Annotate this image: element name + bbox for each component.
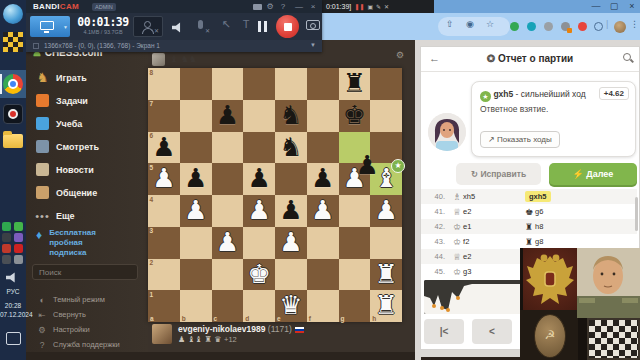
sidebar-item-label: Играть	[56, 73, 87, 83]
tray-icon-3[interactable]	[2, 233, 11, 242]
bandicam-window: BANDICAM ADMIN ⚙ ? — × ▼ 00:01:39 4.1MB …	[26, 0, 322, 52]
browser-menu-icon[interactable]: ⋮	[630, 19, 639, 29]
sidebar-item-3[interactable]: Учеба	[26, 112, 148, 135]
square-h7[interactable]	[370, 100, 402, 132]
white-rook-h2[interactable]: ♜	[370, 259, 402, 291]
footer-item-icon: ⇤	[36, 310, 48, 320]
bottom-player-rating: (1171)	[268, 324, 292, 334]
hammer-sickle-emblem: ☭	[534, 314, 566, 358]
black-knight-e6[interactable]: ♞	[275, 132, 307, 164]
square-c4[interactable]	[212, 195, 244, 227]
recording-timer: 00:01:39	[75, 15, 131, 29]
square-a6[interactable]: 6♟	[148, 132, 180, 164]
white-pawn-c3[interactable]: ♟	[212, 227, 244, 259]
black-move[interactable]: ♜g8	[525, 237, 605, 247]
square-d1[interactable]: d	[243, 290, 275, 322]
square-a4[interactable]: 4	[148, 195, 180, 227]
square-g7[interactable]: ♚	[339, 100, 371, 132]
sidebar-item-label: Новости	[56, 165, 94, 175]
best-move-star-icon: ★	[480, 91, 491, 102]
square-b6[interactable]	[180, 132, 212, 164]
square-g4[interactable]	[339, 195, 371, 227]
tray-icon-2[interactable]	[14, 222, 23, 231]
eval-badge: +4.62	[599, 87, 629, 100]
extension-box-icon[interactable]	[594, 22, 603, 31]
region-dropdown-chevron[interactable]: ▼	[310, 42, 316, 48]
sidebar-footer: ◐Темный режим⇤Свернуть⚙Настройки?Служба …	[26, 292, 148, 352]
square-d8[interactable]	[243, 68, 275, 100]
square-e5[interactable]	[275, 163, 307, 195]
white-queen-e1[interactable]: ♛	[275, 290, 307, 322]
clock-date: 07.12.2024	[0, 311, 26, 318]
sidebar-item-label: Общение	[56, 188, 97, 198]
webcam-chessboard	[587, 318, 640, 360]
soviet-badge: ☭	[520, 310, 578, 360]
free-trial-label: Бесплатнаяпробнаяподписка	[49, 228, 96, 258]
sidebar-item-label: Еще	[56, 211, 75, 221]
tray-icon-1[interactable]	[2, 222, 11, 231]
square-h2[interactable]: ♜	[370, 259, 402, 291]
nav-prev-button[interactable]: <	[472, 319, 512, 344]
move-row-43[interactable]: 43.♔f2♜g8	[421, 234, 637, 249]
square-c3[interactable]: ♟	[212, 227, 244, 259]
speaker-icon[interactable]	[172, 22, 185, 33]
black-move[interactable]: ♚g6	[525, 207, 605, 217]
admin-badge: ADMIN	[92, 3, 116, 11]
sidebar-item-icon: •••	[36, 209, 49, 222]
next-button[interactable]: ⚡ Далее	[549, 163, 637, 185]
white-pawn-a5[interactable]: ♟	[148, 163, 180, 195]
square-f2[interactable]	[307, 259, 339, 291]
square-f7[interactable]	[307, 100, 339, 132]
white-pawn-d4[interactable]: ♟	[243, 195, 275, 227]
tab-close-icon[interactable]: ✕	[384, 4, 389, 10]
square-f8[interactable]	[307, 68, 339, 100]
window-maximize[interactable]: ▢	[606, 0, 622, 13]
bottom-player-avatar[interactable]	[152, 324, 172, 344]
square-c8[interactable]	[212, 68, 244, 100]
screen-recording-mode-button[interactable]: ▼	[30, 16, 70, 37]
square-c1[interactable]: c	[212, 290, 244, 322]
tray-icon-5[interactable]	[2, 244, 11, 253]
white-move[interactable]: ♕e2	[453, 252, 525, 262]
square-f1[interactable]: f	[307, 290, 339, 322]
square-g1[interactable]: g	[339, 290, 371, 322]
sidebar-item-2[interactable]: Задачи	[26, 89, 148, 112]
black-pawn-g6[interactable]: ♟	[351, 150, 383, 182]
bottom-player-name[interactable]: evgeniy-nikolaev1989 (1171)	[178, 324, 304, 334]
square-e7[interactable]: ♞	[275, 100, 307, 132]
move-number: 43.	[421, 237, 453, 246]
settings-gear-icon[interactable]: ⚙	[264, 1, 276, 12]
square-h8[interactable]	[370, 68, 402, 100]
white-king-d2[interactable]: ♚	[243, 259, 275, 291]
top-player-bar: ♝ ♞♞	[152, 52, 197, 66]
folder-icon[interactable]	[253, 4, 262, 10]
black-pawn-c7[interactable]: ♟	[212, 100, 244, 132]
move-list-scrollbar[interactable]	[635, 197, 638, 231]
square-e1[interactable]: e♛	[275, 290, 307, 322]
tray-icon-6[interactable]	[14, 244, 23, 253]
show-moves-button[interactable]: ↗ Показать ходы	[480, 131, 560, 148]
screen: ♟ CHESS.com ♞ИгратьЗадачиУчебаСмотретьНо…	[0, 0, 640, 360]
panel-title: ✪ Отчет о партии	[421, 53, 639, 64]
sidebar-item-icon	[36, 163, 49, 176]
window-close[interactable]: ×	[624, 0, 640, 13]
extension-icon-5[interactable]	[578, 22, 587, 31]
move-number: 44.	[421, 252, 453, 261]
window-minimize[interactable]: —	[588, 0, 604, 13]
file-label: g	[341, 315, 345, 322]
file-label: b	[182, 315, 186, 322]
square-g8[interactable]: ♜	[339, 68, 371, 100]
square-d4[interactable]: ♟	[243, 195, 275, 227]
coat-of-arms-eagle	[523, 248, 577, 310]
stop-record-button[interactable]	[276, 15, 299, 38]
taskbar-folder-icon[interactable]	[3, 134, 23, 148]
square-c6[interactable]	[212, 132, 244, 164]
material-advantage: +12	[224, 335, 237, 344]
report-star-icon: ✪	[487, 53, 495, 64]
black-king-g7[interactable]: ♚	[339, 100, 371, 132]
sidebar-footer-темный-режим[interactable]: ◐Темный режим	[26, 292, 148, 307]
taskbar-orb-icon[interactable]	[3, 4, 23, 24]
region-checkbox[interactable]	[33, 43, 39, 49]
bandicam-close[interactable]: ×	[307, 1, 319, 12]
screenshot-camera-icon[interactable]	[306, 20, 320, 30]
webcam-toggle-button[interactable]: ✕	[133, 16, 163, 37]
sidebar-footer-служба-поддержки[interactable]: ?Служба поддержки	[26, 337, 148, 352]
square-a5[interactable]: 5♟	[148, 163, 180, 195]
webcam-overlay: ☭	[520, 248, 640, 360]
webcam-person	[577, 248, 640, 318]
bandicam-region-row: 1366x768 - (0, 0), (1366, 768) - Экран 1…	[26, 40, 322, 52]
square-f6[interactable]	[307, 132, 339, 164]
square-a8[interactable]: 8	[148, 68, 180, 100]
free-trial-link[interactable]: ♦ Бесплатнаяпробнаяподписка	[36, 228, 96, 258]
share-icon[interactable]: ⇧	[446, 19, 454, 29]
white-move[interactable]: ♗xh5	[453, 192, 525, 202]
square-f5[interactable]: ♟	[307, 163, 339, 195]
system-tray	[2, 222, 24, 264]
search-input[interactable]: Поиск	[32, 264, 138, 280]
pause-button[interactable]	[258, 21, 268, 32]
sidebar-menu: ♞ИгратьЗадачиУчебаСмотретьНовостиОбщение…	[26, 66, 148, 227]
black-pawn-f5[interactable]: ♟	[307, 163, 339, 195]
tray-icon-4[interactable]	[14, 233, 23, 242]
tab-camera-icon: ▣	[367, 4, 373, 10]
square-f4[interactable]: ♟	[307, 195, 339, 227]
square-a1[interactable]: 1a	[148, 290, 180, 322]
square-d5[interactable]: ♟	[243, 163, 275, 195]
microphone-off-x: ✕	[205, 27, 210, 34]
black-knight-e7[interactable]: ♞	[275, 100, 307, 132]
microphone-icon[interactable]	[198, 20, 203, 29]
extension-icon-1[interactable]	[510, 22, 519, 31]
sidebar-item-1[interactable]: ♞Играть	[26, 66, 148, 89]
sidebar-item-7[interactable]: •••Еще	[26, 204, 148, 227]
square-c5[interactable]	[212, 163, 244, 195]
extension-icon-4[interactable]	[561, 22, 570, 31]
file-label: a	[150, 315, 154, 322]
help-icon[interactable]: ?	[277, 1, 289, 12]
square-c2[interactable]	[212, 259, 244, 291]
square-b3[interactable]	[180, 227, 212, 259]
white-pawn-h4[interactable]: ♟	[370, 195, 402, 227]
sidebar-item-icon	[36, 140, 49, 153]
bottom-player-bar: evgeniy-nikolaev1989 (1171) ♟ ♝♝ ♜ ♛ +12	[152, 324, 304, 344]
extension-icon-3[interactable]	[544, 22, 553, 31]
webcam-person-icon	[144, 21, 151, 28]
bottom-player-captured-pieces: ♟ ♝♝ ♜ ♛ +12	[178, 335, 304, 344]
white-rook-h1[interactable]: ♜	[370, 290, 402, 322]
footer-item-icon: ?	[36, 340, 48, 350]
black-pawn-a6[interactable]: ♟	[148, 132, 180, 164]
sidebar-item-icon	[36, 94, 49, 107]
tray-icon-8[interactable]	[14, 255, 23, 264]
white-move[interactable]: ♔f2	[453, 237, 525, 247]
sidebar-item-6[interactable]: Общение	[26, 181, 148, 204]
top-player-captured-pieces: ♝ ♞♞	[170, 54, 197, 64]
white-move[interactable]: ♔g3	[453, 267, 525, 277]
rank-label: 7	[150, 100, 154, 107]
browser-tab[interactable]: 0:01:39]❚❚▣✎✕	[322, 0, 434, 13]
square-b1[interactable]: b	[180, 290, 212, 322]
coach-speech-bubble: ★ gxh5 - сильнейший ход +4.62 Ответное в…	[471, 81, 636, 157]
square-b7[interactable]	[180, 100, 212, 132]
sidebar-item-label: Смотреть	[56, 142, 99, 152]
top-player-avatar[interactable]	[152, 53, 165, 66]
square-h3[interactable]	[370, 227, 402, 259]
file-label: f	[309, 315, 311, 322]
nav-first-button[interactable]: |<	[424, 319, 464, 344]
square-d2[interactable]: ♚	[243, 259, 275, 291]
region-info-text: 1366x768 - (0, 0), (1366, 768) - Экран 1	[44, 42, 160, 49]
page-bottom-strip	[26, 352, 415, 360]
extension-icon-2[interactable]	[527, 22, 536, 31]
square-h1[interactable]: h♜	[370, 290, 402, 322]
white-pawn-f4[interactable]: ♟	[307, 195, 339, 227]
move-number: 45.	[421, 267, 453, 276]
sidebar-item-icon	[36, 117, 49, 130]
footer-item-icon: ◐	[36, 295, 48, 305]
move-number: 40.	[421, 192, 453, 201]
text-overlay-icon[interactable]: T	[238, 18, 254, 30]
rank-label: 4	[150, 196, 154, 203]
square-d7[interactable]	[243, 100, 275, 132]
mouse-effect-icon[interactable]: ↖	[218, 18, 234, 31]
square-a3[interactable]: 3	[148, 227, 180, 259]
best-move-san: gxh5	[493, 89, 513, 99]
best-move-badge: ★	[391, 159, 405, 173]
move-row-42[interactable]: 42.♔e1♜h8	[421, 219, 637, 234]
square-b2[interactable]	[180, 259, 212, 291]
square-e2[interactable]	[275, 259, 307, 291]
square-g3[interactable]	[339, 227, 371, 259]
bubble-subtitle: Ответное взятие.	[480, 104, 548, 114]
eye-icon[interactable]: ◉	[466, 19, 474, 29]
move-row-40[interactable]: 40.♗xh5gxh5	[421, 189, 637, 204]
bandicam-titlebar: BANDICAM ADMIN ⚙ ? — ×	[26, 0, 322, 13]
square-d3[interactable]	[243, 227, 275, 259]
board-settings-gear-icon[interactable]: ⚙	[396, 50, 404, 60]
square-f3[interactable]	[307, 227, 339, 259]
sidebar-item-label: Задачи	[56, 96, 88, 106]
russia-flag-icon	[295, 327, 304, 333]
square-h4[interactable]: ♟	[370, 195, 402, 227]
tray-icon-7[interactable]	[2, 255, 11, 264]
footer-item-icon: ⚙	[36, 325, 48, 335]
magnifier-icon[interactable]	[623, 53, 631, 61]
sidebar-item-icon: ♞	[36, 71, 49, 84]
toolbar-separator: |	[606, 19, 608, 29]
bandicam-logo: BANDICAM	[33, 2, 79, 11]
rank-label: 3	[150, 227, 154, 234]
square-e6[interactable]: ♞	[275, 132, 307, 164]
rank-label: 1	[150, 291, 154, 298]
panel-header: ← ✪ Отчет о партии	[421, 47, 639, 72]
monitor-icon	[40, 21, 54, 30]
notification-center-icon[interactable]	[6, 332, 21, 345]
browser-profile-avatar[interactable]	[614, 21, 626, 33]
file-label: d	[245, 315, 249, 322]
move-number: 41.	[421, 207, 453, 216]
tab-pause-icon: ❚❚	[354, 4, 364, 10]
square-e8[interactable]	[275, 68, 307, 100]
black-pawn-d5[interactable]: ♟	[243, 163, 275, 195]
sidebar-item-5[interactable]: Новости	[26, 158, 148, 181]
diamond-icon: ♦	[36, 228, 42, 258]
move-row-41[interactable]: 41.♕e2♚g6	[421, 204, 637, 219]
taskbar-bandicam-icon[interactable]	[3, 104, 23, 124]
square-e3[interactable]: ♟	[275, 227, 307, 259]
move-number: 42.	[421, 222, 453, 231]
chesscom-sidebar: ♟ CHESS.com ♞ИгратьЗадачиУчебаСмотретьНо…	[26, 40, 148, 360]
square-a7[interactable]: 7	[148, 100, 180, 132]
black-move[interactable]: gxh5	[525, 191, 605, 202]
square-d6[interactable]	[243, 132, 275, 164]
file-label: c	[214, 315, 218, 322]
browser-tabstrip: 0:01:39]❚❚▣✎✕ — ▢ ×	[322, 0, 640, 13]
retry-button[interactable]: ↻ Исправить	[456, 163, 541, 185]
language-indicator[interactable]: РУС	[0, 288, 26, 295]
best-move-desc: - сильнейший ход	[513, 89, 585, 99]
taskbar-chrome-active[interactable]	[0, 70, 26, 98]
white-move[interactable]: ♕e2	[453, 207, 525, 217]
bandicam-controls: ▼ 00:01:39 4.1MB / 93.7GB ✕ ✕ ↖ T	[26, 13, 322, 40]
tab-pencil-icon: ✎	[376, 4, 381, 10]
bandicam-minimize[interactable]: —	[293, 1, 305, 12]
square-b5[interactable]: ♟	[180, 163, 212, 195]
white-pawn-b4[interactable]: ♟	[180, 195, 212, 227]
black-pawn-b5[interactable]: ♟	[180, 163, 212, 195]
white-pawn-e3[interactable]: ♟	[275, 227, 307, 259]
rank-label: 2	[150, 259, 154, 266]
square-b8[interactable]	[180, 68, 212, 100]
sidebar-item-icon	[36, 186, 49, 199]
sidebar-footer-настройки[interactable]: ⚙Настройки	[26, 322, 148, 337]
recording-size-info: 4.1MB / 93.7GB	[75, 29, 131, 35]
chess-board[interactable]: 8♜7♟♞♚6♟♞♟5♟♟♟♟♟♝★4♟♟♟♟♟3♟♟2♚♜1abcde♛fgh…	[148, 68, 402, 322]
rank-label: 8	[150, 69, 154, 76]
black-move[interactable]: ♜h8	[525, 222, 605, 232]
sidebar-item-4[interactable]: Смотреть	[26, 135, 148, 158]
clock-time[interactable]: 20:28	[0, 302, 26, 309]
square-b4[interactable]: ♟	[180, 195, 212, 227]
windows-taskbar: РУС 20:28 07.12.2024	[0, 0, 26, 360]
sidebar-item-label: Учеба	[56, 119, 82, 129]
black-rook-g8[interactable]: ♜	[339, 68, 371, 100]
square-g2[interactable]	[339, 259, 371, 291]
black-pawn-e4[interactable]: ♟	[275, 195, 307, 227]
taskbar-checkered-icon[interactable]	[3, 32, 23, 52]
square-e4[interactable]: ♟	[275, 195, 307, 227]
webcam-off-x: ✕	[154, 27, 159, 34]
square-c7[interactable]: ♟	[212, 100, 244, 132]
mode-dropdown-arrow[interactable]: ▼	[63, 24, 68, 30]
bookmark-star-icon[interactable]: ☆	[486, 19, 494, 29]
square-g6[interactable]: ♟	[339, 132, 371, 164]
taskbar-volume-icon[interactable]	[6, 272, 20, 283]
white-move[interactable]: ♔e1	[453, 222, 525, 232]
chrome-icon	[3, 74, 23, 94]
square-a2[interactable]: 2	[148, 259, 180, 291]
coach-avatar	[428, 113, 466, 151]
sidebar-footer-свернуть[interactable]: ⇤Свернуть	[26, 307, 148, 322]
browser-toolbar: ⇧ ◉ ☆ | ⋮	[322, 13, 640, 40]
action-buttons-row: ↻ Исправить ⚡ Далее	[421, 163, 639, 187]
